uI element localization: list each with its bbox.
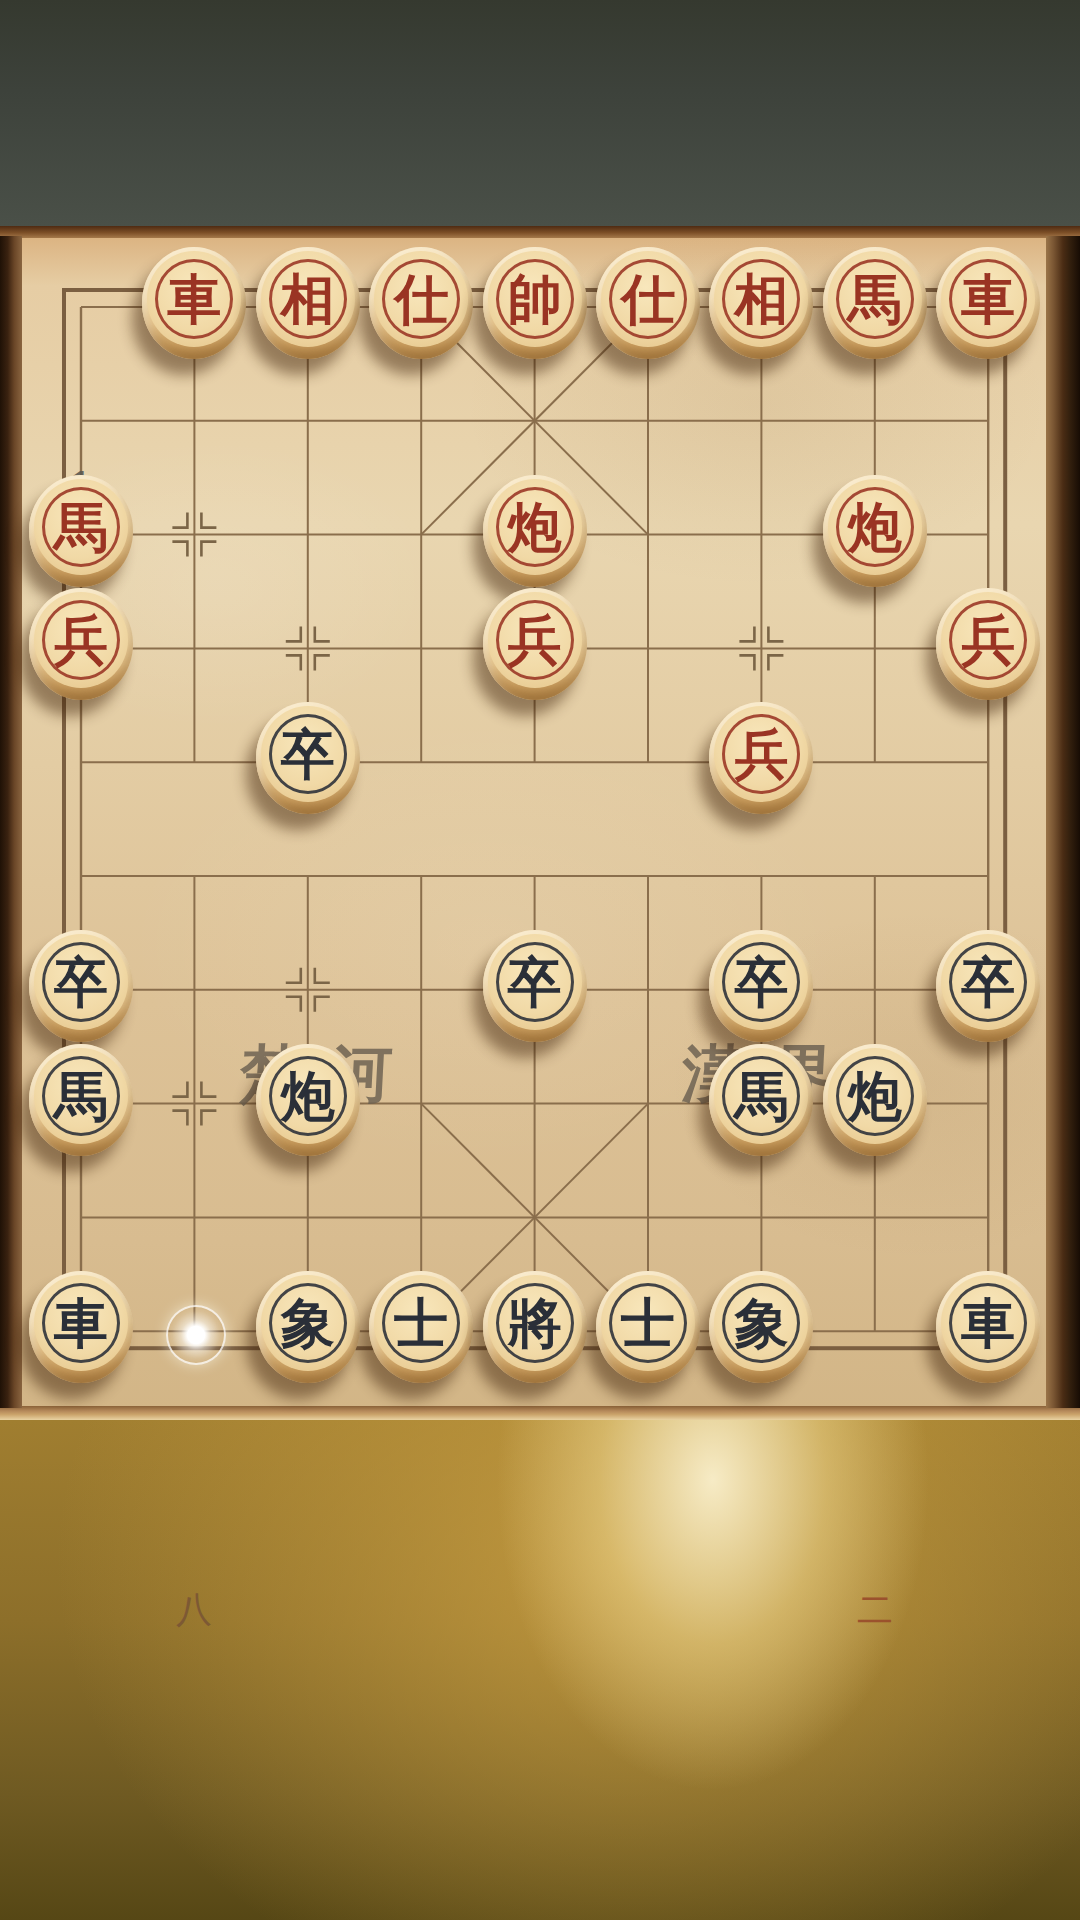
piece-glyph: 仕: [621, 272, 675, 326]
piece-black-soldier[interactable]: 卒: [29, 930, 133, 1042]
piece-glyph: 車: [167, 272, 221, 326]
file-label-bottom-er: 二: [857, 1586, 893, 1635]
piece-glyph: 相: [734, 272, 788, 326]
piece-face: 相: [261, 251, 355, 347]
piece-glyph: 炮: [281, 1069, 335, 1123]
piece-face: 炮: [828, 1048, 922, 1144]
piece-glyph: 象: [734, 1296, 788, 1350]
piece-face: 馬: [34, 479, 128, 575]
piece-glyph: 仕: [394, 272, 448, 326]
game-screen: 楚河 漢界 1 八 二 車相仕帥仕相馬車馬炮炮兵兵兵兵卒卒卒卒卒馬炮馬炮車象士將…: [0, 0, 1080, 1920]
piece-black-advisor[interactable]: 士: [596, 1271, 700, 1383]
piece-face: 卒: [488, 934, 582, 1030]
piece-glyph: 兵: [734, 727, 788, 781]
piece-face: 卒: [261, 706, 355, 802]
piece-black-general[interactable]: 將: [483, 1271, 587, 1383]
piece-glyph: 相: [281, 272, 335, 326]
piece-red-chariot[interactable]: 車: [936, 247, 1040, 359]
piece-black-soldier[interactable]: 卒: [256, 702, 360, 814]
piece-red-horse[interactable]: 馬: [29, 475, 133, 587]
piece-glyph: 馬: [734, 1069, 788, 1123]
piece-glyph: 將: [508, 1296, 562, 1350]
piece-face: 仕: [601, 251, 695, 347]
piece-glyph: 卒: [734, 955, 788, 1009]
piece-black-chariot[interactable]: 車: [936, 1271, 1040, 1383]
piece-glyph: 炮: [848, 500, 902, 554]
piece-red-soldier[interactable]: 兵: [483, 588, 587, 700]
piece-glyph: 卒: [54, 955, 108, 1009]
piece-glyph: 馬: [54, 500, 108, 554]
piece-face: 卒: [714, 934, 808, 1030]
piece-red-advisor[interactable]: 仕: [369, 247, 473, 359]
piece-black-soldier[interactable]: 卒: [936, 930, 1040, 1042]
piece-glyph: 馬: [54, 1069, 108, 1123]
piece-glyph: 車: [54, 1296, 108, 1350]
piece-glyph: 士: [394, 1296, 448, 1350]
piece-black-horse[interactable]: 馬: [29, 1044, 133, 1156]
piece-red-elephant[interactable]: 相: [709, 247, 813, 359]
piece-red-cannon[interactable]: 炮: [483, 475, 587, 587]
piece-face: 象: [714, 1275, 808, 1371]
piece-red-soldier[interactable]: 兵: [709, 702, 813, 814]
piece-glyph: 士: [621, 1296, 675, 1350]
piece-face: 炮: [828, 479, 922, 575]
piece-red-soldier[interactable]: 兵: [29, 588, 133, 700]
piece-face: 兵: [488, 592, 582, 688]
piece-black-soldier[interactable]: 卒: [709, 930, 813, 1042]
piece-face: 馬: [828, 251, 922, 347]
piece-face: 仕: [374, 251, 468, 347]
piece-face: 炮: [488, 479, 582, 575]
piece-face: 兵: [941, 592, 1035, 688]
piece-face: 馬: [34, 1048, 128, 1144]
piece-glyph: 炮: [848, 1069, 902, 1123]
piece-face: 相: [714, 251, 808, 347]
piece-red-chariot[interactable]: 車: [142, 247, 246, 359]
piece-red-general[interactable]: 帥: [483, 247, 587, 359]
piece-face: 車: [147, 251, 241, 347]
piece-face: 車: [941, 251, 1035, 347]
piece-glyph: 馬: [848, 272, 902, 326]
piece-black-chariot[interactable]: 車: [29, 1271, 133, 1383]
piece-face: 卒: [34, 934, 128, 1030]
piece-face: 卒: [941, 934, 1035, 1030]
piece-face: 將: [488, 1275, 582, 1371]
piece-black-cannon[interactable]: 炮: [256, 1044, 360, 1156]
piece-red-advisor[interactable]: 仕: [596, 247, 700, 359]
piece-glyph: 車: [961, 1296, 1015, 1350]
piece-glyph: 炮: [508, 500, 562, 554]
piece-black-soldier[interactable]: 卒: [483, 930, 587, 1042]
piece-face: 士: [601, 1275, 695, 1371]
piece-glyph: 車: [961, 272, 1015, 326]
piece-face: 象: [261, 1275, 355, 1371]
piece-black-elephant[interactable]: 象: [709, 1271, 813, 1383]
piece-glyph: 卒: [508, 955, 562, 1009]
piece-black-horse[interactable]: 馬: [709, 1044, 813, 1156]
piece-red-soldier[interactable]: 兵: [936, 588, 1040, 700]
piece-black-elephant[interactable]: 象: [256, 1271, 360, 1383]
piece-glyph: 帥: [508, 272, 562, 326]
piece-black-cannon[interactable]: 炮: [823, 1044, 927, 1156]
piece-face: 帥: [488, 251, 582, 347]
piece-face: 車: [941, 1275, 1035, 1371]
file-label-bottom-ba: 八: [176, 1586, 212, 1635]
piece-face: 馬: [714, 1048, 808, 1144]
xiangqi-board[interactable]: 楚河 漢界 1 八 二: [0, 226, 1080, 1420]
piece-face: 士: [374, 1275, 468, 1371]
piece-glyph: 兵: [961, 613, 1015, 667]
piece-face: 炮: [261, 1048, 355, 1144]
piece-face: 車: [34, 1275, 128, 1371]
piece-glyph: 卒: [281, 727, 335, 781]
piece-face: 兵: [714, 706, 808, 802]
piece-glyph: 象: [281, 1296, 335, 1350]
piece-glyph: 兵: [54, 613, 108, 667]
piece-red-elephant[interactable]: 相: [256, 247, 360, 359]
piece-red-cannon[interactable]: 炮: [823, 475, 927, 587]
piece-black-advisor[interactable]: 士: [369, 1271, 473, 1383]
piece-face: 兵: [34, 592, 128, 688]
piece-glyph: 兵: [508, 613, 562, 667]
piece-red-horse[interactable]: 馬: [823, 247, 927, 359]
piece-glyph: 卒: [961, 955, 1015, 1009]
